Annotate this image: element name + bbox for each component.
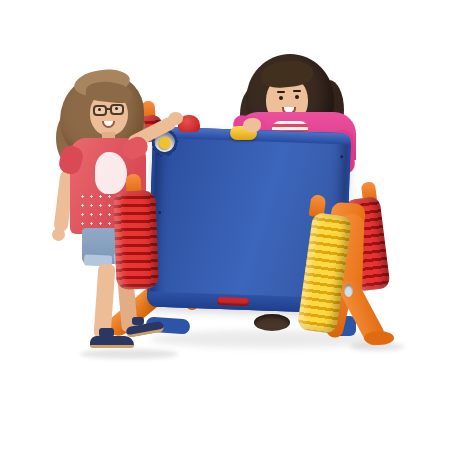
eyebrow	[277, 91, 285, 93]
sandal	[90, 336, 134, 348]
child-right-sandal	[254, 314, 290, 331]
glasses-bridge	[106, 108, 111, 110]
screw	[340, 155, 343, 158]
product-photo-scene: ●●●●●●	[0, 0, 466, 466]
sandal-strap	[132, 317, 144, 325]
eye	[115, 107, 118, 110]
leg-orange-right-foot	[364, 331, 394, 345]
leg-hole	[344, 284, 353, 297]
eyebrow	[293, 90, 301, 92]
hand-on-board	[168, 112, 183, 125]
sandal-strap	[99, 328, 114, 337]
screw	[158, 211, 161, 214]
spare-stack-red-front-left	[113, 190, 158, 289]
tee-graphic	[95, 152, 127, 194]
release-slider	[217, 297, 249, 306]
eye	[295, 95, 299, 99]
hand	[52, 228, 65, 241]
child-right-hand	[243, 118, 261, 132]
eye	[279, 96, 283, 100]
eye	[98, 108, 101, 111]
child-left-shadow	[80, 349, 178, 359]
